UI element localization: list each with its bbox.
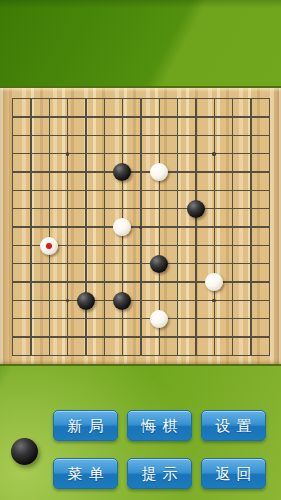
new-game-button[interactable]: 新局 (53, 410, 118, 441)
black-stone (113, 292, 131, 310)
black-stone (77, 292, 95, 310)
white-stone (150, 310, 168, 328)
settings-button[interactable]: 设置 (201, 410, 266, 441)
star-point (66, 152, 69, 155)
black-stone (150, 255, 168, 273)
white-stone (40, 237, 58, 255)
menu-button[interactable]: 菜单 (53, 458, 118, 489)
undo-button[interactable]: 悔棋 (127, 410, 192, 441)
gomoku-board[interactable] (0, 86, 281, 366)
black-stone (113, 163, 131, 181)
white-stone (205, 273, 223, 291)
star-point (212, 152, 215, 155)
white-stone (113, 218, 131, 236)
toolbar: 新局 悔棋 设置 菜单 提示 返回 (53, 410, 266, 489)
last-move-marker (46, 243, 52, 249)
white-stone (150, 163, 168, 181)
back-button[interactable]: 返回 (201, 458, 266, 489)
app-screen: 新局 悔棋 设置 菜单 提示 返回 (0, 0, 281, 500)
black-stone (187, 200, 205, 218)
star-point (212, 299, 215, 302)
hint-button[interactable]: 提示 (127, 458, 192, 489)
board-intersections (3, 90, 278, 365)
star-point (139, 226, 142, 229)
star-point (66, 299, 69, 302)
turn-indicator-black-stone (11, 438, 38, 465)
